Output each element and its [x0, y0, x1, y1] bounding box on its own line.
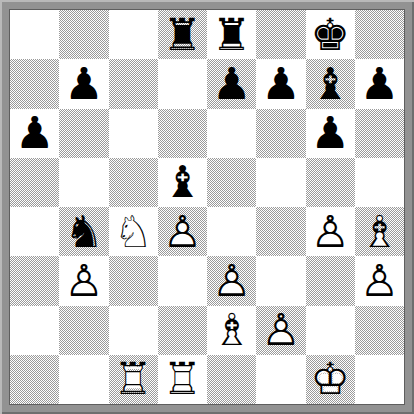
black-pawn-piece: ♟ [59, 59, 108, 108]
black-king-piece: ♚ [306, 10, 355, 59]
white-pawn-piece: ♟♙ [59, 256, 108, 305]
square-f5[interactable] [256, 158, 305, 207]
square-h3[interactable]: ♟♙ [355, 256, 404, 305]
black-pawn-piece: ♟ [355, 59, 404, 108]
black-bishop-piece: ♝ [158, 158, 207, 207]
white-pawn-piece: ♟♙ [306, 207, 355, 256]
white-king-piece: ♚♔ [306, 355, 355, 404]
square-d5[interactable]: ♝ [158, 158, 207, 207]
white-pawn-piece: ♟♙ [355, 256, 404, 305]
black-pawn-piece: ♟ [306, 109, 355, 158]
square-d2[interactable] [158, 306, 207, 355]
square-h4[interactable]: ♝♗ [355, 207, 404, 256]
square-h8[interactable] [355, 10, 404, 59]
square-b7[interactable]: ♟ [59, 59, 108, 108]
square-f7[interactable]: ♟ [256, 59, 305, 108]
square-b5[interactable] [59, 158, 108, 207]
black-rook-piece: ♜ [158, 10, 207, 59]
square-e5[interactable] [207, 158, 256, 207]
square-c3[interactable] [109, 256, 158, 305]
square-f8[interactable] [256, 10, 305, 59]
square-f1[interactable] [256, 355, 305, 404]
square-e8[interactable]: ♜ [207, 10, 256, 59]
square-c5[interactable] [109, 158, 158, 207]
square-d4[interactable]: ♟♙ [158, 207, 207, 256]
white-bishop-piece: ♝♗ [355, 207, 404, 256]
square-a6[interactable]: ♟ [10, 109, 59, 158]
square-e6[interactable] [207, 109, 256, 158]
chess-board-frame: ♜♜♚♟♟♟♝♟♟♟♝♞♞♘♟♙♟♙♝♗♟♙♟♙♟♙♝♗♟♙♜♖♜♖♚♔ [0, 0, 414, 414]
square-e2[interactable]: ♝♗ [207, 306, 256, 355]
square-f4[interactable] [256, 207, 305, 256]
square-c8[interactable] [109, 10, 158, 59]
black-rook-piece: ♜ [207, 10, 256, 59]
square-d6[interactable] [158, 109, 207, 158]
square-c1[interactable]: ♜♖ [109, 355, 158, 404]
square-f6[interactable] [256, 109, 305, 158]
square-b4[interactable]: ♞ [59, 207, 108, 256]
square-c4[interactable]: ♞♘ [109, 207, 158, 256]
square-c2[interactable] [109, 306, 158, 355]
square-c7[interactable] [109, 59, 158, 108]
white-pawn-piece: ♟♙ [207, 256, 256, 305]
square-e4[interactable] [207, 207, 256, 256]
black-pawn-piece: ♟ [207, 59, 256, 108]
square-g8[interactable]: ♚ [306, 10, 355, 59]
square-d8[interactable]: ♜ [158, 10, 207, 59]
square-b2[interactable] [59, 306, 108, 355]
square-b1[interactable] [59, 355, 108, 404]
square-h6[interactable] [355, 109, 404, 158]
square-d7[interactable] [158, 59, 207, 108]
square-h1[interactable] [355, 355, 404, 404]
square-e3[interactable]: ♟♙ [207, 256, 256, 305]
square-g7[interactable]: ♝ [306, 59, 355, 108]
square-g6[interactable]: ♟ [306, 109, 355, 158]
white-bishop-piece: ♝♗ [207, 306, 256, 355]
square-d3[interactable] [158, 256, 207, 305]
white-rook-piece: ♜♖ [109, 355, 158, 404]
black-knight-piece: ♞ [59, 207, 108, 256]
white-pawn-piece: ♟♙ [256, 306, 305, 355]
square-a8[interactable] [10, 10, 59, 59]
square-b6[interactable] [59, 109, 108, 158]
square-f3[interactable] [256, 256, 305, 305]
square-h2[interactable] [355, 306, 404, 355]
black-pawn-piece: ♟ [10, 109, 59, 158]
square-b3[interactable]: ♟♙ [59, 256, 108, 305]
square-g3[interactable] [306, 256, 355, 305]
white-knight-piece: ♞♘ [109, 207, 158, 256]
black-bishop-piece: ♝ [306, 59, 355, 108]
square-a1[interactable] [10, 355, 59, 404]
square-e7[interactable]: ♟ [207, 59, 256, 108]
square-g2[interactable] [306, 306, 355, 355]
square-a2[interactable] [10, 306, 59, 355]
square-d1[interactable]: ♜♖ [158, 355, 207, 404]
square-g4[interactable]: ♟♙ [306, 207, 355, 256]
square-b8[interactable] [59, 10, 108, 59]
square-a4[interactable] [10, 207, 59, 256]
square-c6[interactable] [109, 109, 158, 158]
black-pawn-piece: ♟ [256, 59, 305, 108]
chess-board: ♜♜♚♟♟♟♝♟♟♟♝♞♞♘♟♙♟♙♝♗♟♙♟♙♟♙♝♗♟♙♜♖♜♖♚♔ [10, 10, 404, 404]
white-rook-piece: ♜♖ [158, 355, 207, 404]
white-pawn-piece: ♟♙ [158, 207, 207, 256]
square-a3[interactable] [10, 256, 59, 305]
square-g1[interactable]: ♚♔ [306, 355, 355, 404]
square-h5[interactable] [355, 158, 404, 207]
square-a7[interactable] [10, 59, 59, 108]
square-h7[interactable]: ♟ [355, 59, 404, 108]
square-f2[interactable]: ♟♙ [256, 306, 305, 355]
square-e1[interactable] [207, 355, 256, 404]
square-a5[interactable] [10, 158, 59, 207]
square-g5[interactable] [306, 158, 355, 207]
